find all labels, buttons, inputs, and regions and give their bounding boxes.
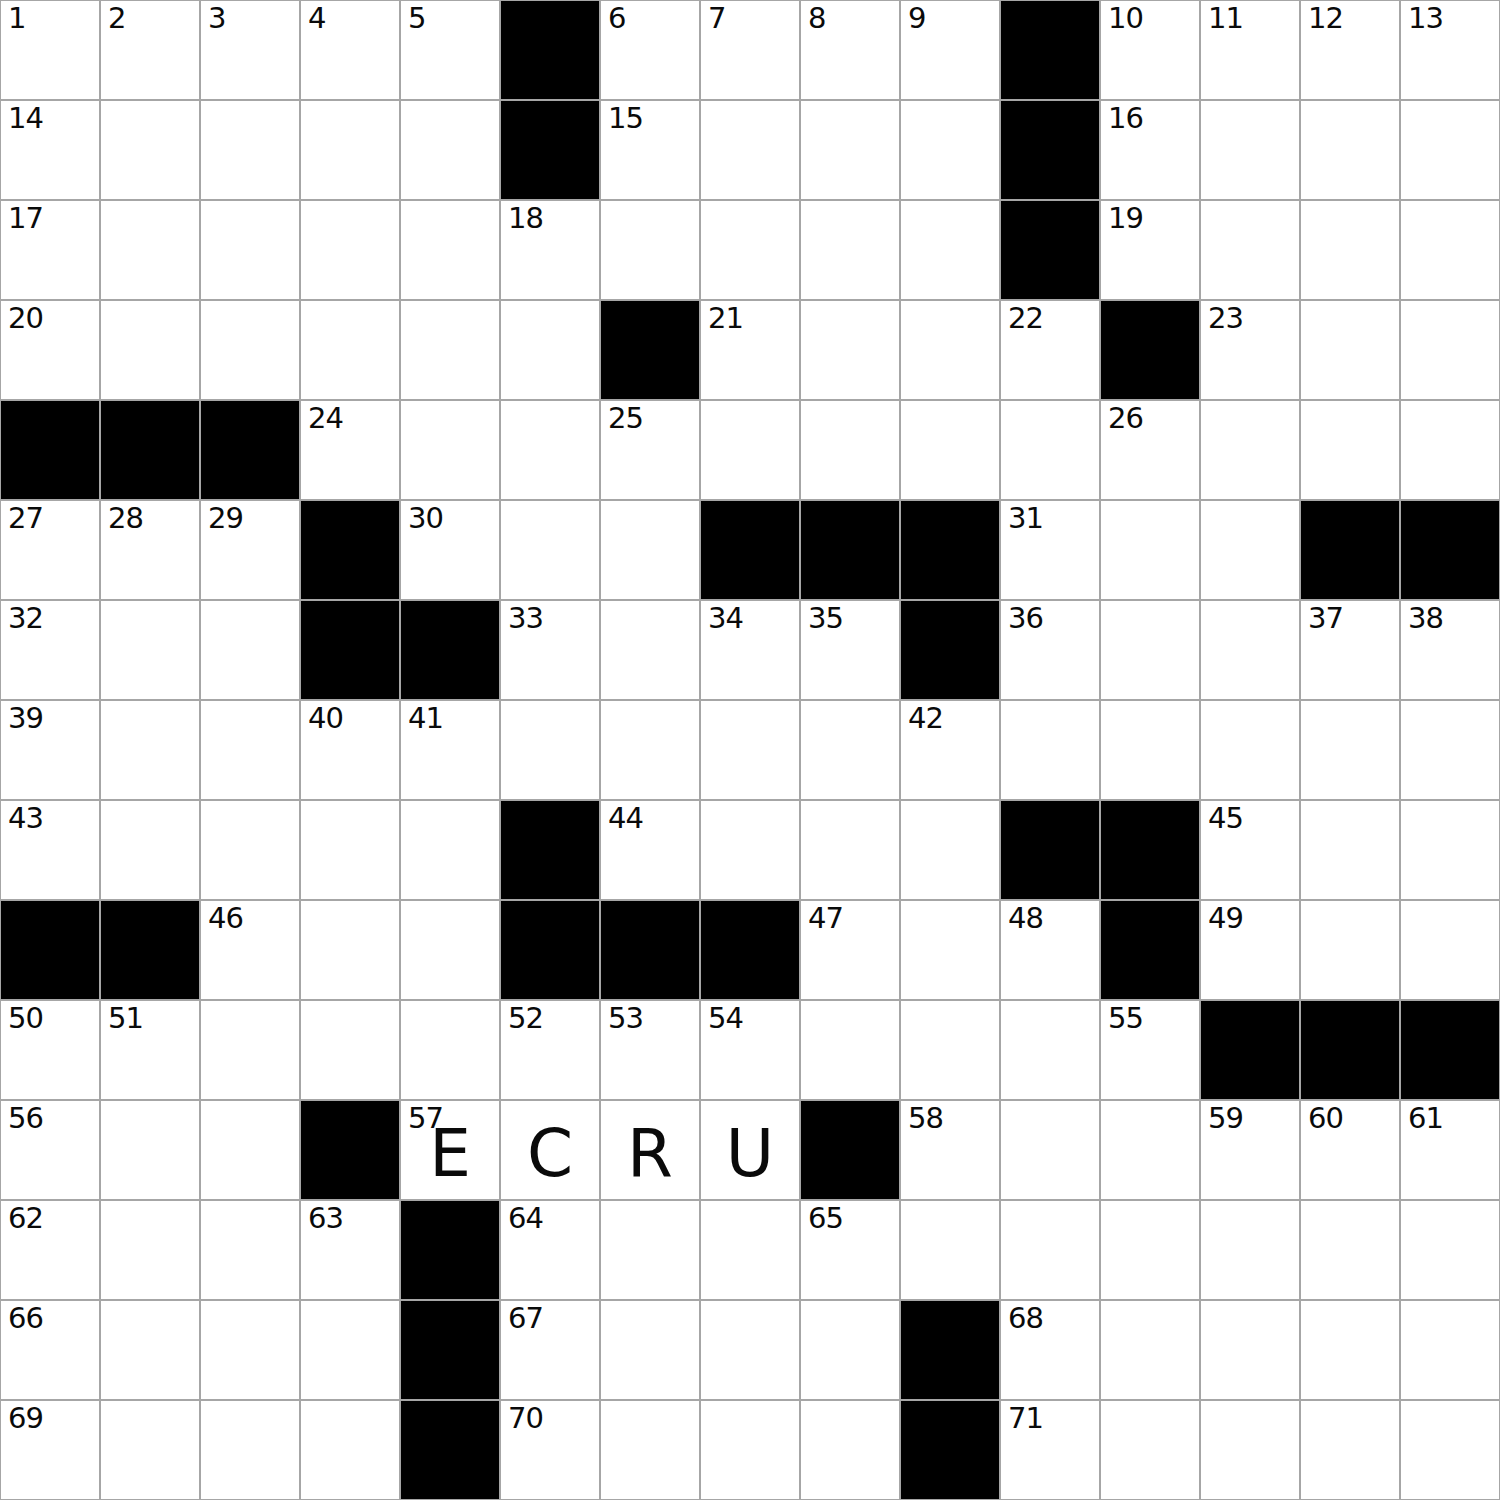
cell-r3c9[interactable] bbox=[900, 300, 1000, 400]
black-cell bbox=[100, 900, 200, 1000]
cell-r13c6[interactable] bbox=[600, 1300, 700, 1400]
cell-r14c3[interactable] bbox=[300, 1400, 400, 1500]
cell-r0c1[interactable]: 2 bbox=[100, 0, 200, 100]
cell-r12c10[interactable] bbox=[1000, 1200, 1100, 1300]
black-cell bbox=[300, 500, 400, 600]
clue-number: 11 bbox=[1208, 4, 1243, 33]
cell-r13c12[interactable] bbox=[1200, 1300, 1300, 1400]
cell-r0c9[interactable]: 9 bbox=[900, 0, 1000, 100]
cell-r1c11[interactable]: 16 bbox=[1100, 100, 1200, 200]
cell-r0c13[interactable]: 12 bbox=[1300, 0, 1400, 100]
cell-r13c13[interactable] bbox=[1300, 1300, 1400, 1400]
black-cell bbox=[900, 1300, 1000, 1400]
cell-r5c1[interactable]: 28 bbox=[100, 500, 200, 600]
cell-r6c8[interactable]: 35 bbox=[800, 600, 900, 700]
cell-r11c0[interactable]: 56 bbox=[0, 1100, 100, 1200]
cell-r8c3[interactable] bbox=[300, 800, 400, 900]
black-cell bbox=[100, 400, 200, 500]
cell-r3c0[interactable]: 20 bbox=[0, 300, 100, 400]
cell-r12c6[interactable] bbox=[600, 1200, 700, 1300]
black-cell bbox=[500, 900, 600, 1000]
cell-r7c8[interactable] bbox=[800, 700, 900, 800]
cell-r6c10[interactable]: 36 bbox=[1000, 600, 1100, 700]
cell-r5c6[interactable] bbox=[600, 500, 700, 600]
cell-r6c12[interactable] bbox=[1200, 600, 1300, 700]
clue-number: 58 bbox=[908, 1104, 943, 1133]
cell-r11c10[interactable] bbox=[1000, 1100, 1100, 1200]
cell-r8c13[interactable] bbox=[1300, 800, 1400, 900]
cell-r2c14[interactable] bbox=[1400, 200, 1500, 300]
clue-number: 35 bbox=[808, 604, 843, 633]
cell-r0c6[interactable]: 6 bbox=[600, 0, 700, 100]
cell-r7c10[interactable] bbox=[1000, 700, 1100, 800]
cell-r4c13[interactable] bbox=[1300, 400, 1400, 500]
cell-letter: C bbox=[500, 1100, 600, 1200]
cell-r9c2[interactable]: 46 bbox=[200, 900, 300, 1000]
cell-r0c4[interactable]: 5 bbox=[400, 0, 500, 100]
cell-r6c11[interactable] bbox=[1100, 600, 1200, 700]
cell-r10c11[interactable]: 55 bbox=[1100, 1000, 1200, 1100]
black-cell bbox=[300, 1100, 400, 1200]
cell-r13c3[interactable] bbox=[300, 1300, 400, 1400]
clue-number: 21 bbox=[708, 304, 743, 333]
cell-r1c14[interactable] bbox=[1400, 100, 1500, 200]
clue-number: 6 bbox=[608, 4, 625, 33]
cell-r14c5[interactable]: 70 bbox=[500, 1400, 600, 1500]
cell-r0c3[interactable]: 4 bbox=[300, 0, 400, 100]
clue-number: 28 bbox=[108, 504, 143, 533]
clue-number: 62 bbox=[8, 1204, 43, 1233]
cell-r2c7[interactable] bbox=[700, 200, 800, 300]
cell-r1c4[interactable] bbox=[400, 100, 500, 200]
black-cell bbox=[1400, 1000, 1500, 1100]
cell-r5c2[interactable]: 29 bbox=[200, 500, 300, 600]
cell-r12c11[interactable] bbox=[1100, 1200, 1200, 1300]
cell-r7c6[interactable] bbox=[600, 700, 700, 800]
cell-r14c12[interactable] bbox=[1200, 1400, 1300, 1500]
cell-r3c8[interactable] bbox=[800, 300, 900, 400]
cell-r6c13[interactable]: 37 bbox=[1300, 600, 1400, 700]
cell-r8c2[interactable] bbox=[200, 800, 300, 900]
cell-r13c10[interactable]: 68 bbox=[1000, 1300, 1100, 1400]
clue-number: 61 bbox=[1408, 1104, 1443, 1133]
clue-number: 8 bbox=[808, 4, 825, 33]
black-cell bbox=[700, 500, 800, 600]
cell-r14c6[interactable] bbox=[600, 1400, 700, 1500]
clue-number: 29 bbox=[208, 504, 243, 533]
cell-r8c14[interactable] bbox=[1400, 800, 1500, 900]
black-cell bbox=[400, 1200, 500, 1300]
clue-number: 48 bbox=[1008, 904, 1043, 933]
clue-number: 23 bbox=[1208, 304, 1243, 333]
cell-r12c0[interactable]: 62 bbox=[0, 1200, 100, 1300]
cell-r14c10[interactable]: 71 bbox=[1000, 1400, 1100, 1500]
cell-r7c3[interactable]: 40 bbox=[300, 700, 400, 800]
clue-number: 54 bbox=[708, 1004, 743, 1033]
cell-r10c7[interactable]: 54 bbox=[700, 1000, 800, 1100]
cell-r2c13[interactable] bbox=[1300, 200, 1400, 300]
cell-r7c0[interactable]: 39 bbox=[0, 700, 100, 800]
clue-number: 12 bbox=[1308, 4, 1343, 33]
cell-r8c8[interactable] bbox=[800, 800, 900, 900]
clue-number: 68 bbox=[1008, 1304, 1043, 1333]
cell-r14c0[interactable]: 69 bbox=[0, 1400, 100, 1500]
cell-r0c11[interactable]: 10 bbox=[1100, 0, 1200, 100]
cell-r2c6[interactable] bbox=[600, 200, 700, 300]
cell-r10c8[interactable] bbox=[800, 1000, 900, 1100]
cell-r11c2[interactable] bbox=[200, 1100, 300, 1200]
cell-r10c0[interactable]: 50 bbox=[0, 1000, 100, 1100]
black-cell bbox=[600, 300, 700, 400]
cell-r1c13[interactable] bbox=[1300, 100, 1400, 200]
cell-r5c5[interactable] bbox=[500, 500, 600, 600]
cell-r1c6[interactable]: 15 bbox=[600, 100, 700, 200]
cell-r2c9[interactable] bbox=[900, 200, 1000, 300]
black-cell bbox=[1000, 100, 1100, 200]
cell-r10c4[interactable] bbox=[400, 1000, 500, 1100]
cell-r2c0[interactable]: 17 bbox=[0, 200, 100, 300]
cell-r12c13[interactable] bbox=[1300, 1200, 1400, 1300]
clue-number: 24 bbox=[308, 404, 343, 433]
clue-number: 44 bbox=[608, 804, 643, 833]
clue-number: 20 bbox=[8, 304, 43, 333]
cell-r11c14[interactable]: 61 bbox=[1400, 1100, 1500, 1200]
clue-number: 50 bbox=[8, 1004, 43, 1033]
cell-r13c8[interactable] bbox=[800, 1300, 900, 1400]
cell-r3c12[interactable]: 23 bbox=[1200, 300, 1300, 400]
cell-r9c10[interactable]: 48 bbox=[1000, 900, 1100, 1000]
cell-r11c13[interactable]: 60 bbox=[1300, 1100, 1400, 1200]
clue-number: 19 bbox=[1108, 204, 1143, 233]
cell-r3c13[interactable] bbox=[1300, 300, 1400, 400]
cell-r14c1[interactable] bbox=[100, 1400, 200, 1500]
cell-r5c0[interactable]: 27 bbox=[0, 500, 100, 600]
black-cell bbox=[800, 1100, 900, 1200]
black-cell bbox=[1200, 1000, 1300, 1100]
crossword-board: 1234567891011121314151617181920212223242… bbox=[0, 0, 1500, 1500]
cell-r8c1[interactable] bbox=[100, 800, 200, 900]
clue-number: 7 bbox=[708, 4, 725, 33]
clue-number: 30 bbox=[408, 504, 443, 533]
cell-r8c12[interactable]: 45 bbox=[1200, 800, 1300, 900]
clue-number: 17 bbox=[8, 204, 43, 233]
black-cell bbox=[1000, 0, 1100, 100]
cell-r0c12[interactable]: 11 bbox=[1200, 0, 1300, 100]
black-cell bbox=[500, 0, 600, 100]
clue-number: 46 bbox=[208, 904, 243, 933]
cell-r8c9[interactable] bbox=[900, 800, 1000, 900]
cell-r13c0[interactable]: 66 bbox=[0, 1300, 100, 1400]
cell-r10c6[interactable]: 53 bbox=[600, 1000, 700, 1100]
clue-number: 49 bbox=[1208, 904, 1243, 933]
black-cell bbox=[1100, 800, 1200, 900]
cell-r2c12[interactable] bbox=[1200, 200, 1300, 300]
cell-r12c3[interactable]: 63 bbox=[300, 1200, 400, 1300]
black-cell bbox=[1000, 800, 1100, 900]
cell-r7c7[interactable] bbox=[700, 700, 800, 800]
cell-r7c1[interactable] bbox=[100, 700, 200, 800]
cell-r9c9[interactable] bbox=[900, 900, 1000, 1000]
cell-r8c4[interactable] bbox=[400, 800, 500, 900]
clue-number: 14 bbox=[8, 104, 43, 133]
clue-number: 22 bbox=[1008, 304, 1043, 333]
clue-number: 5 bbox=[408, 4, 425, 33]
cell-r8c6[interactable]: 44 bbox=[600, 800, 700, 900]
cell-r2c3[interactable] bbox=[300, 200, 400, 300]
clue-number: 51 bbox=[108, 1004, 143, 1033]
cell-r14c2[interactable] bbox=[200, 1400, 300, 1500]
clue-number: 70 bbox=[508, 1404, 543, 1433]
black-cell bbox=[400, 1400, 500, 1500]
cell-r10c3[interactable] bbox=[300, 1000, 400, 1100]
cell-r7c5[interactable] bbox=[500, 700, 600, 800]
clue-number: 39 bbox=[8, 704, 43, 733]
cell-r6c1[interactable] bbox=[100, 600, 200, 700]
cell-r1c9[interactable] bbox=[900, 100, 1000, 200]
cell-r13c7[interactable] bbox=[700, 1300, 800, 1400]
cell-r0c0[interactable]: 1 bbox=[0, 0, 100, 100]
clue-number: 45 bbox=[1208, 804, 1243, 833]
clue-number: 53 bbox=[608, 1004, 643, 1033]
black-cell bbox=[400, 600, 500, 700]
cell-r4c3[interactable]: 24 bbox=[300, 400, 400, 500]
clue-number: 40 bbox=[308, 704, 343, 733]
cell-r1c8[interactable] bbox=[800, 100, 900, 200]
clue-number: 36 bbox=[1008, 604, 1043, 633]
clue-number: 52 bbox=[508, 1004, 543, 1033]
cell-r3c5[interactable] bbox=[500, 300, 600, 400]
clue-number: 38 bbox=[1408, 604, 1443, 633]
black-cell bbox=[700, 900, 800, 1000]
black-cell bbox=[1400, 500, 1500, 600]
cell-r12c7[interactable] bbox=[700, 1200, 800, 1300]
cell-r13c5[interactable]: 67 bbox=[500, 1300, 600, 1400]
cell-r7c11[interactable] bbox=[1100, 700, 1200, 800]
clue-number: 3 bbox=[208, 4, 225, 33]
clue-number: 66 bbox=[8, 1304, 43, 1333]
cell-r2c4[interactable] bbox=[400, 200, 500, 300]
cell-r4c7[interactable] bbox=[700, 400, 800, 500]
cell-letter: R bbox=[600, 1100, 700, 1200]
cell-r7c14[interactable] bbox=[1400, 700, 1500, 800]
black-cell bbox=[500, 100, 600, 200]
clue-number: 32 bbox=[8, 604, 43, 633]
clue-number: 55 bbox=[1108, 1004, 1143, 1033]
clue-number: 65 bbox=[808, 1204, 843, 1233]
clue-number: 47 bbox=[808, 904, 843, 933]
black-cell bbox=[300, 600, 400, 700]
cell-r2c2[interactable] bbox=[200, 200, 300, 300]
clue-number: 64 bbox=[508, 1204, 543, 1233]
cell-r14c8[interactable] bbox=[800, 1400, 900, 1500]
black-cell bbox=[900, 1400, 1000, 1500]
cell-r2c11[interactable]: 19 bbox=[1100, 200, 1200, 300]
cell-r3c14[interactable] bbox=[1400, 300, 1500, 400]
cell-r11c7[interactable]: U bbox=[700, 1100, 800, 1200]
cell-r6c7[interactable]: 34 bbox=[700, 600, 800, 700]
cell-r10c1[interactable]: 51 bbox=[100, 1000, 200, 1100]
black-cell bbox=[800, 500, 900, 600]
cell-r3c3[interactable] bbox=[300, 300, 400, 400]
cell-r3c10[interactable]: 22 bbox=[1000, 300, 1100, 400]
cell-r4c11[interactable]: 26 bbox=[1100, 400, 1200, 500]
clue-number: 16 bbox=[1108, 104, 1143, 133]
cell-r4c12[interactable] bbox=[1200, 400, 1300, 500]
black-cell bbox=[1000, 200, 1100, 300]
cell-r8c7[interactable] bbox=[700, 800, 800, 900]
cell-r10c9[interactable] bbox=[900, 1000, 1000, 1100]
clue-number: 2 bbox=[108, 4, 125, 33]
black-cell bbox=[1300, 500, 1400, 600]
cell-r13c1[interactable] bbox=[100, 1300, 200, 1400]
clue-number: 43 bbox=[8, 804, 43, 833]
cell-r7c2[interactable] bbox=[200, 700, 300, 800]
clue-number: 33 bbox=[508, 604, 543, 633]
clue-number: 42 bbox=[908, 704, 943, 733]
cell-r5c12[interactable] bbox=[1200, 500, 1300, 600]
black-cell bbox=[1100, 900, 1200, 1000]
cell-r4c8[interactable] bbox=[800, 400, 900, 500]
cell-r6c5[interactable]: 33 bbox=[500, 600, 600, 700]
cell-r9c8[interactable]: 47 bbox=[800, 900, 900, 1000]
cell-r13c14[interactable] bbox=[1400, 1300, 1500, 1400]
cell-r6c0[interactable]: 32 bbox=[0, 600, 100, 700]
cell-r4c5[interactable] bbox=[500, 400, 600, 500]
cell-r0c8[interactable]: 8 bbox=[800, 0, 900, 100]
cell-r7c9[interactable]: 42 bbox=[900, 700, 1000, 800]
cell-r9c3[interactable] bbox=[300, 900, 400, 1000]
cell-r12c14[interactable] bbox=[1400, 1200, 1500, 1300]
cell-r3c4[interactable] bbox=[400, 300, 500, 400]
cell-r9c4[interactable] bbox=[400, 900, 500, 1000]
cell-r1c2[interactable] bbox=[200, 100, 300, 200]
black-cell bbox=[1300, 1000, 1400, 1100]
cell-r6c14[interactable]: 38 bbox=[1400, 600, 1500, 700]
cell-r4c6[interactable]: 25 bbox=[600, 400, 700, 500]
black-cell bbox=[0, 400, 100, 500]
clue-number: 63 bbox=[308, 1204, 343, 1233]
cell-r9c12[interactable]: 49 bbox=[1200, 900, 1300, 1000]
cell-r1c7[interactable] bbox=[700, 100, 800, 200]
cell-r2c8[interactable] bbox=[800, 200, 900, 300]
cell-r11c4[interactable]: 57E bbox=[400, 1100, 500, 1200]
cell-letter: U bbox=[700, 1100, 800, 1200]
cell-r4c10[interactable] bbox=[1000, 400, 1100, 500]
cell-r1c3[interactable] bbox=[300, 100, 400, 200]
cell-r11c11[interactable] bbox=[1100, 1100, 1200, 1200]
clue-number: 31 bbox=[1008, 504, 1043, 533]
cell-r4c14[interactable] bbox=[1400, 400, 1500, 500]
cell-r10c2[interactable] bbox=[200, 1000, 300, 1100]
clue-number: 1 bbox=[8, 4, 25, 33]
cell-r3c7[interactable]: 21 bbox=[700, 300, 800, 400]
cell-r10c5[interactable]: 52 bbox=[500, 1000, 600, 1100]
cell-r11c1[interactable] bbox=[100, 1100, 200, 1200]
cell-r12c5[interactable]: 64 bbox=[500, 1200, 600, 1300]
cell-r10c10[interactable] bbox=[1000, 1000, 1100, 1100]
clue-number: 71 bbox=[1008, 1404, 1043, 1433]
cell-r9c13[interactable] bbox=[1300, 900, 1400, 1000]
clue-number: 37 bbox=[1308, 604, 1343, 633]
clue-number: 4 bbox=[308, 4, 325, 33]
cell-r7c12[interactable] bbox=[1200, 700, 1300, 800]
clue-number: 41 bbox=[408, 704, 443, 733]
cell-r3c2[interactable] bbox=[200, 300, 300, 400]
cell-r12c8[interactable]: 65 bbox=[800, 1200, 900, 1300]
black-cell bbox=[0, 900, 100, 1000]
cell-r0c7[interactable]: 7 bbox=[700, 0, 800, 100]
cell-r5c4[interactable]: 30 bbox=[400, 500, 500, 600]
cell-r12c1[interactable] bbox=[100, 1200, 200, 1300]
cell-r4c9[interactable] bbox=[900, 400, 1000, 500]
clue-number: 27 bbox=[8, 504, 43, 533]
cell-r12c12[interactable] bbox=[1200, 1200, 1300, 1300]
clue-number: 26 bbox=[1108, 404, 1143, 433]
cell-r8c0[interactable]: 43 bbox=[0, 800, 100, 900]
cell-letter: E bbox=[400, 1100, 500, 1200]
black-cell bbox=[500, 800, 600, 900]
cell-r1c0[interactable]: 14 bbox=[0, 100, 100, 200]
cell-r3c1[interactable] bbox=[100, 300, 200, 400]
cell-r0c2[interactable]: 3 bbox=[200, 0, 300, 100]
cell-r11c6[interactable]: R bbox=[600, 1100, 700, 1200]
cell-r12c9[interactable] bbox=[900, 1200, 1000, 1300]
black-cell bbox=[400, 1300, 500, 1400]
cell-r9c14[interactable] bbox=[1400, 900, 1500, 1000]
cell-r2c1[interactable] bbox=[100, 200, 200, 300]
black-cell bbox=[900, 600, 1000, 700]
cell-r0c14[interactable]: 13 bbox=[1400, 0, 1500, 100]
cell-r12c2[interactable] bbox=[200, 1200, 300, 1300]
cell-r6c2[interactable] bbox=[200, 600, 300, 700]
black-cell bbox=[600, 900, 700, 1000]
cell-r14c7[interactable] bbox=[700, 1400, 800, 1500]
cell-r14c11[interactable] bbox=[1100, 1400, 1200, 1500]
clue-number: 25 bbox=[608, 404, 643, 433]
cell-r13c11[interactable] bbox=[1100, 1300, 1200, 1400]
black-cell bbox=[900, 500, 1000, 600]
cell-r1c1[interactable] bbox=[100, 100, 200, 200]
cell-r6c6[interactable] bbox=[600, 600, 700, 700]
clue-number: 15 bbox=[608, 104, 643, 133]
cell-r13c2[interactable] bbox=[200, 1300, 300, 1400]
cell-r14c13[interactable] bbox=[1300, 1400, 1400, 1500]
cell-r4c4[interactable] bbox=[400, 400, 500, 500]
clue-number: 9 bbox=[908, 4, 925, 33]
clue-number: 10 bbox=[1108, 4, 1143, 33]
cell-r11c12[interactable]: 59 bbox=[1200, 1100, 1300, 1200]
cell-r5c10[interactable]: 31 bbox=[1000, 500, 1100, 600]
cell-r1c12[interactable] bbox=[1200, 100, 1300, 200]
clue-number: 56 bbox=[8, 1104, 43, 1133]
cell-r7c4[interactable]: 41 bbox=[400, 700, 500, 800]
cell-r11c5[interactable]: C bbox=[500, 1100, 600, 1200]
clue-number: 69 bbox=[8, 1404, 43, 1433]
cell-r2c5[interactable]: 18 bbox=[500, 200, 600, 300]
clue-number: 59 bbox=[1208, 1104, 1243, 1133]
cell-r11c9[interactable]: 58 bbox=[900, 1100, 1000, 1200]
cell-r7c13[interactable] bbox=[1300, 700, 1400, 800]
black-cell bbox=[1100, 300, 1200, 400]
clue-number: 67 bbox=[508, 1304, 543, 1333]
black-cell bbox=[200, 400, 300, 500]
clue-number: 13 bbox=[1408, 4, 1443, 33]
clue-number: 18 bbox=[508, 204, 543, 233]
clue-number: 34 bbox=[708, 604, 743, 633]
cell-r5c11[interactable] bbox=[1100, 500, 1200, 600]
clue-number: 60 bbox=[1308, 1104, 1343, 1133]
cell-r14c14[interactable] bbox=[1400, 1400, 1500, 1500]
